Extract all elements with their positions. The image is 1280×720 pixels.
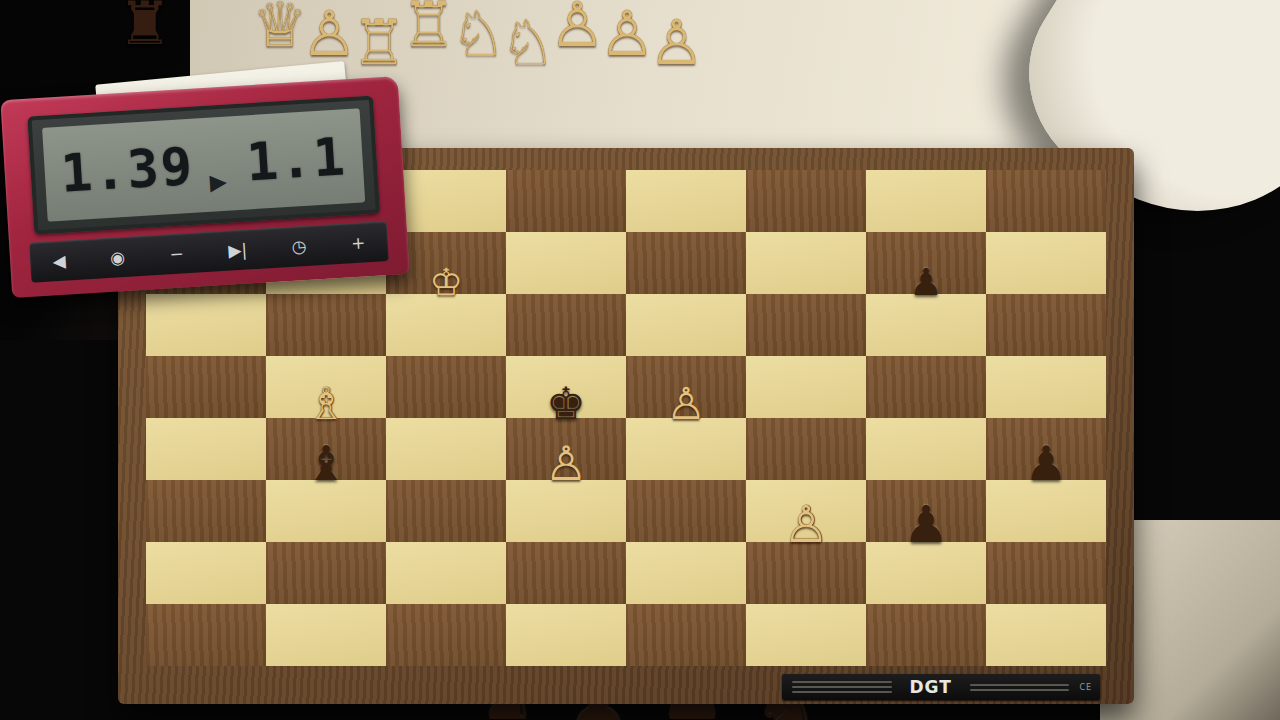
captured-black-rook: ♜	[118, 0, 172, 58]
square-h4[interactable]: ♟	[986, 418, 1106, 480]
square-a4[interactable]	[146, 418, 266, 480]
square-h5[interactable]	[986, 356, 1106, 418]
square-c1[interactable]	[386, 604, 506, 666]
square-d6[interactable]	[506, 294, 626, 356]
captured-white-piece: ♙	[599, 0, 655, 70]
piece-black-pawn[interactable]: ♟	[909, 266, 943, 300]
square-d8[interactable]	[506, 170, 626, 232]
piece-black-king[interactable]: ♚	[546, 384, 586, 424]
square-a3[interactable]	[146, 480, 266, 542]
square-c4[interactable]	[386, 418, 506, 480]
square-f7[interactable]	[746, 232, 866, 294]
square-e8[interactable]	[626, 170, 746, 232]
square-b6[interactable]	[266, 294, 386, 356]
clock-button[interactable]: −	[169, 245, 184, 263]
square-f3[interactable]: ♙	[746, 480, 866, 542]
captured-white-tray: ♕♙♖♖♘♘♙♙♙	[252, 0, 698, 65]
square-a5[interactable]	[146, 356, 266, 418]
piece-white-pawn[interactable]: ♙	[666, 384, 706, 424]
square-e5[interactable]: ♙	[626, 356, 746, 418]
square-e7[interactable]	[626, 232, 746, 294]
clock-time-right: 1.1	[245, 126, 348, 192]
piece-white-king[interactable]: ♔	[429, 266, 463, 300]
captured-white-piece: ♙	[550, 0, 606, 61]
square-d5[interactable]: ♚	[506, 356, 626, 418]
captured-white-piece: ♙	[302, 0, 358, 70]
square-d2[interactable]	[506, 542, 626, 604]
label-small-print	[782, 681, 902, 693]
square-e6[interactable]	[626, 294, 746, 356]
clock-display: 1.39 ▶ 1.1	[27, 96, 380, 235]
piece-white-pawn[interactable]: ♙	[545, 443, 588, 486]
square-g1[interactable]	[866, 604, 986, 666]
dgt-logo: DGT	[902, 677, 960, 697]
captured-white-piece: ♘	[500, 6, 556, 79]
label-small-print-right	[960, 684, 1080, 691]
square-f4[interactable]	[746, 418, 866, 480]
ce-mark: CE	[1079, 683, 1100, 692]
turn-indicator-icon: ▶	[209, 168, 227, 194]
square-h6[interactable]	[986, 294, 1106, 356]
clock-button[interactable]: ◷	[291, 237, 307, 255]
square-d1[interactable]	[506, 604, 626, 666]
piece-black-pawn[interactable]: ♟	[1025, 443, 1068, 486]
square-h7[interactable]	[986, 232, 1106, 294]
square-h8[interactable]	[986, 170, 1106, 232]
square-g8[interactable]	[866, 170, 986, 232]
clock-time-left: 1.39	[59, 136, 196, 204]
square-h2[interactable]	[986, 542, 1106, 604]
piece-black-pawn[interactable]: ♟	[903, 502, 949, 548]
piece-white-pawn[interactable]: ♙	[783, 502, 829, 548]
square-d7[interactable]	[506, 232, 626, 294]
square-b5[interactable]: ♗	[266, 356, 386, 418]
square-e2[interactable]	[626, 542, 746, 604]
square-f1[interactable]	[746, 604, 866, 666]
captured-white-piece: ♙	[649, 6, 705, 79]
square-b2[interactable]	[266, 542, 386, 604]
square-c3[interactable]	[386, 480, 506, 542]
captured-white-piece: ♕	[252, 0, 308, 61]
square-g4[interactable]	[866, 418, 986, 480]
square-f6[interactable]	[746, 294, 866, 356]
clock-button[interactable]: ▶|	[228, 241, 248, 259]
captured-white-piece: ♘	[450, 0, 506, 70]
square-g7[interactable]: ♟	[866, 232, 986, 294]
clock-button[interactable]: ◀	[52, 252, 66, 270]
square-f8[interactable]	[746, 170, 866, 232]
square-b1[interactable]	[266, 604, 386, 666]
square-a1[interactable]	[146, 604, 266, 666]
square-e1[interactable]	[626, 604, 746, 666]
captured-white-piece: ♖	[401, 0, 457, 61]
square-g3[interactable]: ♟	[866, 480, 986, 542]
dgt-label: DGT CE	[782, 674, 1100, 700]
square-c5[interactable]	[386, 356, 506, 418]
clock-button[interactable]: ◉	[110, 249, 126, 267]
square-g5[interactable]	[866, 356, 986, 418]
scene: ♜ ♕♙♖♖♘♘♙♙♙ ♔♟♗♚♙♝♙♟♙♟ DGT CE 1.39 ▶ 1.1…	[0, 0, 1280, 720]
square-h1[interactable]	[986, 604, 1106, 666]
square-f5[interactable]	[746, 356, 866, 418]
captured-white-piece: ♖	[351, 6, 407, 79]
square-a2[interactable]	[146, 542, 266, 604]
square-c2[interactable]	[386, 542, 506, 604]
clock-button[interactable]: +	[351, 234, 366, 252]
piece-white-bishop[interactable]: ♗	[306, 384, 346, 424]
square-e3[interactable]	[626, 480, 746, 542]
dgt-clock: 1.39 ▶ 1.1 ◀◉−▶|◷+	[0, 76, 409, 298]
piece-black-bishop[interactable]: ♝	[305, 443, 348, 486]
square-a6[interactable]	[146, 294, 266, 356]
